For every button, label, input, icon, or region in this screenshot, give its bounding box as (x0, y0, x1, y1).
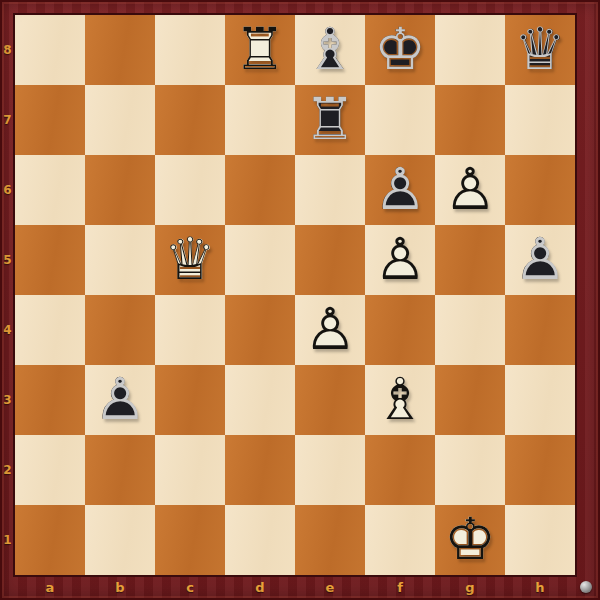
square-d5[interactable] (225, 225, 295, 295)
square-b4[interactable] (85, 295, 155, 365)
chess-board: ♜♖♝♗♚♔♛♕♜♖♟♙♟♙♛♕♟♙♟♙♟♙♟♙♝♗♚♔ (15, 15, 575, 575)
file-label-d: d (225, 576, 295, 599)
square-h1[interactable] (505, 505, 575, 575)
black-queen-glyph-outline: ♕ (505, 13, 575, 83)
piece-black-bishop: ♝♗ (295, 15, 365, 85)
square-c6[interactable] (155, 155, 225, 225)
white-king-glyph-fill: ♚ (435, 503, 505, 573)
square-e1[interactable] (295, 505, 365, 575)
piece-black-queen: ♛♕ (505, 15, 575, 85)
file-label-e: e (295, 576, 365, 599)
file-label-h: h (505, 576, 575, 599)
piece-white-pawn: ♟♙ (365, 225, 435, 295)
square-e6[interactable] (295, 155, 365, 225)
black-rook-glyph-fill: ♜ (295, 83, 365, 153)
corner-screw-icon (580, 581, 592, 593)
rank-label-4: 4 (0, 295, 15, 365)
square-b5[interactable] (85, 225, 155, 295)
piece-white-rook: ♜♖ (225, 15, 295, 85)
piece-white-king: ♚♔ (435, 505, 505, 575)
square-d8[interactable]: ♜♖ (225, 15, 295, 85)
file-label-b: b (85, 576, 155, 599)
rank-label-2: 2 (0, 435, 15, 505)
black-bishop-glyph-fill: ♝ (295, 13, 365, 83)
white-rook-glyph-outline: ♖ (225, 13, 295, 83)
square-b3[interactable]: ♟♙ (85, 365, 155, 435)
piece-black-rook: ♜♖ (295, 85, 365, 155)
black-king-glyph-fill: ♚ (365, 13, 435, 83)
black-pawn-glyph-fill: ♟ (365, 153, 435, 223)
file-label-f: f (365, 576, 435, 599)
square-b2[interactable] (85, 435, 155, 505)
square-g3[interactable] (435, 365, 505, 435)
square-f8[interactable]: ♚♔ (365, 15, 435, 85)
square-g1[interactable]: ♚♔ (435, 505, 505, 575)
square-f4[interactable] (365, 295, 435, 365)
square-h8[interactable]: ♛♕ (505, 15, 575, 85)
square-e8[interactable]: ♝♗ (295, 15, 365, 85)
square-g7[interactable] (435, 85, 505, 155)
square-g2[interactable] (435, 435, 505, 505)
square-a6[interactable] (15, 155, 85, 225)
square-f1[interactable] (365, 505, 435, 575)
square-f6[interactable]: ♟♙ (365, 155, 435, 225)
white-pawn-glyph-fill: ♟ (365, 223, 435, 293)
black-queen-glyph-fill: ♛ (505, 13, 575, 83)
square-b8[interactable] (85, 15, 155, 85)
white-pawn-glyph-fill: ♟ (295, 293, 365, 363)
square-g6[interactable]: ♟♙ (435, 155, 505, 225)
square-f7[interactable] (365, 85, 435, 155)
square-c2[interactable] (155, 435, 225, 505)
file-label-g: g (435, 576, 505, 599)
black-pawn-glyph-fill: ♟ (85, 363, 155, 433)
square-f2[interactable] (365, 435, 435, 505)
square-d1[interactable] (225, 505, 295, 575)
black-pawn-glyph-outline: ♙ (505, 223, 575, 293)
square-e2[interactable] (295, 435, 365, 505)
square-a7[interactable] (15, 85, 85, 155)
square-g4[interactable] (435, 295, 505, 365)
white-queen-glyph-outline: ♕ (155, 223, 225, 293)
square-e4[interactable]: ♟♙ (295, 295, 365, 365)
square-h6[interactable] (505, 155, 575, 225)
square-a3[interactable] (15, 365, 85, 435)
piece-white-queen: ♛♕ (155, 225, 225, 295)
black-king-glyph-outline: ♔ (365, 13, 435, 83)
file-label-c: c (155, 576, 225, 599)
white-king-glyph-outline: ♔ (435, 503, 505, 573)
square-d6[interactable] (225, 155, 295, 225)
piece-white-pawn: ♟♙ (295, 295, 365, 365)
rank-label-1: 1 (0, 505, 15, 575)
white-pawn-glyph-outline: ♙ (435, 153, 505, 223)
square-g5[interactable] (435, 225, 505, 295)
square-h3[interactable] (505, 365, 575, 435)
black-pawn-glyph-outline: ♙ (85, 363, 155, 433)
square-e5[interactable] (295, 225, 365, 295)
rank-label-7: 7 (0, 85, 15, 155)
piece-white-bishop: ♝♗ (365, 365, 435, 435)
square-h4[interactable] (505, 295, 575, 365)
white-queen-glyph-fill: ♛ (155, 223, 225, 293)
rank-label-8: 8 (0, 15, 15, 85)
black-pawn-glyph-outline: ♙ (365, 153, 435, 223)
square-e3[interactable] (295, 365, 365, 435)
piece-black-pawn: ♟♙ (505, 225, 575, 295)
square-b1[interactable] (85, 505, 155, 575)
white-pawn-glyph-outline: ♙ (295, 293, 365, 363)
square-c7[interactable] (155, 85, 225, 155)
square-d4[interactable] (225, 295, 295, 365)
square-c3[interactable] (155, 365, 225, 435)
white-rook-glyph-fill: ♜ (225, 13, 295, 83)
square-h5[interactable]: ♟♙ (505, 225, 575, 295)
black-rook-glyph-outline: ♖ (295, 83, 365, 153)
square-f5[interactable]: ♟♙ (365, 225, 435, 295)
black-pawn-glyph-fill: ♟ (505, 223, 575, 293)
square-d2[interactable] (225, 435, 295, 505)
square-a4[interactable] (15, 295, 85, 365)
white-bishop-glyph-fill: ♝ (365, 363, 435, 433)
square-h2[interactable] (505, 435, 575, 505)
white-pawn-glyph-outline: ♙ (365, 223, 435, 293)
square-f3[interactable]: ♝♗ (365, 365, 435, 435)
rank-label-6: 6 (0, 155, 15, 225)
file-label-a: a (15, 576, 85, 599)
square-a5[interactable] (15, 225, 85, 295)
square-a1[interactable] (15, 505, 85, 575)
piece-white-pawn: ♟♙ (435, 155, 505, 225)
square-g8[interactable] (435, 15, 505, 85)
rank-label-3: 3 (0, 365, 15, 435)
rank-label-5: 5 (0, 225, 15, 295)
white-bishop-glyph-outline: ♗ (365, 363, 435, 433)
piece-black-king: ♚♔ (365, 15, 435, 85)
square-e7[interactable]: ♜♖ (295, 85, 365, 155)
square-d3[interactable] (225, 365, 295, 435)
black-bishop-glyph-outline: ♗ (295, 13, 365, 83)
square-b7[interactable] (85, 85, 155, 155)
square-b6[interactable] (85, 155, 155, 225)
piece-black-pawn: ♟♙ (85, 365, 155, 435)
square-c4[interactable] (155, 295, 225, 365)
square-c1[interactable] (155, 505, 225, 575)
square-a8[interactable] (15, 15, 85, 85)
square-c5[interactable]: ♛♕ (155, 225, 225, 295)
square-a2[interactable] (15, 435, 85, 505)
white-pawn-glyph-fill: ♟ (435, 153, 505, 223)
square-d7[interactable] (225, 85, 295, 155)
square-c8[interactable] (155, 15, 225, 85)
board-frame: ♜♖♝♗♚♔♛♕♜♖♟♙♟♙♛♕♟♙♟♙♟♙♟♙♝♗♚♔ 87654321abc… (0, 0, 600, 600)
square-h7[interactable] (505, 85, 575, 155)
piece-black-pawn: ♟♙ (365, 155, 435, 225)
